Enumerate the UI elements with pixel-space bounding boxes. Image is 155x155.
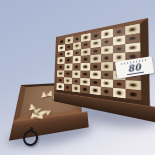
peg-hole <box>94 50 97 53</box>
peg-hole <box>105 32 108 35</box>
peg-hole <box>60 66 62 68</box>
peg-hole <box>105 73 109 76</box>
peg-hole <box>84 88 87 91</box>
peg-hole <box>67 79 69 81</box>
square-d1[interactable] <box>80 85 90 94</box>
peg-hole <box>105 90 109 93</box>
peg-hole <box>60 60 62 62</box>
peg-hole <box>75 59 78 61</box>
peg-hole <box>84 58 87 60</box>
peg-hole <box>117 30 121 33</box>
square-h1[interactable] <box>126 89 141 100</box>
square-d4[interactable] <box>81 63 91 71</box>
peg-hole <box>94 65 97 67</box>
peg-hole <box>131 83 136 86</box>
peg-hole <box>105 40 108 43</box>
peg-hole <box>117 56 121 59</box>
peg-hole <box>59 73 61 75</box>
peg-hole <box>117 47 121 50</box>
peg-hole <box>60 47 62 49</box>
peg-hole <box>59 79 61 81</box>
peg-hole <box>105 82 109 85</box>
peg-hole <box>76 38 79 40</box>
peg-hole <box>76 45 79 47</box>
peg-hole <box>130 28 134 31</box>
peg-hole <box>94 81 97 84</box>
square-g1[interactable] <box>112 88 125 99</box>
peg-hole <box>75 73 78 75</box>
peg-hole <box>84 43 87 46</box>
peg-hole <box>131 55 135 58</box>
peg-hole <box>84 66 87 68</box>
peg-hole <box>84 81 87 83</box>
square-f4[interactable] <box>101 62 113 71</box>
peg-hole <box>60 53 62 55</box>
peg-hole <box>66 86 68 88</box>
peg-hole <box>59 86 61 88</box>
peg-hole <box>117 83 121 86</box>
peg-hole <box>67 52 69 54</box>
peg-hole <box>131 93 136 96</box>
peg-hole <box>105 65 109 68</box>
peg-hole <box>75 80 78 82</box>
square-e4[interactable] <box>90 62 101 70</box>
peg-hole <box>93 89 96 92</box>
peg-hole <box>105 49 108 52</box>
peg-hole <box>68 46 70 48</box>
peg-hole <box>94 42 97 45</box>
peg-hole <box>67 73 69 75</box>
peg-hole <box>131 46 135 49</box>
photo-travel-chess-set: ♟♟♞♟♟♞♟♟♞♟♟♟ 80 <box>0 0 155 155</box>
peg-hole <box>84 36 87 39</box>
peg-hole <box>67 59 69 61</box>
peg-hole <box>117 91 121 94</box>
peg-hole <box>75 52 78 54</box>
peg-hole <box>60 40 62 42</box>
square-c4[interactable] <box>72 63 81 70</box>
peg-hole <box>75 66 78 68</box>
peg-hole <box>84 51 87 53</box>
square-e1[interactable] <box>90 86 101 95</box>
peg-hole <box>94 57 97 59</box>
peg-hole <box>94 73 97 75</box>
square-b1[interactable] <box>64 84 72 92</box>
peg-hole <box>130 37 134 40</box>
peg-hole <box>94 34 97 37</box>
peg-hole <box>68 39 70 41</box>
square-f1[interactable] <box>101 87 113 97</box>
peg-hole <box>67 66 69 68</box>
peg-hole <box>75 87 78 89</box>
lot-number: 80 <box>125 63 144 76</box>
peg-hole <box>84 73 87 75</box>
square-c1[interactable] <box>72 84 81 92</box>
peg-hole <box>117 39 121 42</box>
peg-hole <box>105 57 108 60</box>
square-b4[interactable] <box>64 63 72 70</box>
